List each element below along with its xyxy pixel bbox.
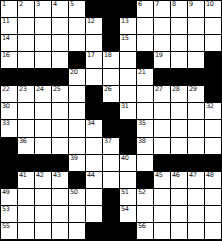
cell[interactable]: 44 (86, 172, 102, 188)
cell[interactable]: 6 (137, 1, 153, 17)
cell[interactable] (171, 206, 187, 222)
cell[interactable]: 36 (18, 138, 34, 154)
cell[interactable] (35, 18, 51, 34)
cell[interactable] (69, 35, 85, 51)
cell[interactable] (205, 18, 221, 34)
cell[interactable] (120, 172, 136, 188)
cell[interactable]: 32 (205, 103, 221, 119)
cell[interactable] (35, 189, 51, 205)
cell[interactable] (188, 206, 204, 222)
cell[interactable] (171, 52, 187, 68)
cell[interactable] (171, 223, 187, 239)
cell[interactable]: 21 (137, 69, 153, 85)
cell[interactable] (52, 35, 68, 51)
cell[interactable]: 14 (1, 35, 17, 51)
block-cell (18, 69, 34, 85)
cell[interactable]: 17 (86, 52, 102, 68)
cell[interactable]: 12 (86, 18, 102, 34)
cell[interactable]: 39 (69, 155, 85, 171)
clue-number: 9 (189, 1, 193, 8)
cell[interactable]: 30 (1, 103, 17, 119)
clue-number: 33 (2, 120, 10, 127)
cell[interactable] (69, 206, 85, 222)
cell[interactable]: 16 (1, 52, 17, 68)
cell[interactable] (103, 155, 119, 171)
cell[interactable]: 41 (18, 172, 34, 188)
cell[interactable] (86, 69, 102, 85)
crossword-page: 1234567891011121314151617181920212223242… (0, 0, 222, 241)
clue-number: 7 (155, 1, 159, 8)
cell[interactable]: 27 (154, 86, 170, 102)
block-cell (86, 103, 102, 119)
cell[interactable]: 34 (86, 120, 102, 136)
clue-number: 45 (155, 172, 163, 179)
cell[interactable]: 9 (188, 1, 204, 17)
cell[interactable]: 49 (1, 189, 17, 205)
block-cell (1, 138, 17, 154)
cell[interactable] (154, 138, 170, 154)
cell[interactable]: 46 (171, 172, 187, 188)
cell[interactable] (137, 18, 153, 34)
clue-number: 15 (121, 35, 129, 42)
cell[interactable] (171, 103, 187, 119)
clue-number: 29 (189, 86, 197, 93)
cell[interactable]: 11 (1, 18, 17, 34)
clue-number: 12 (87, 18, 95, 25)
cell[interactable]: 19 (154, 52, 170, 68)
clue-number: 8 (172, 1, 176, 8)
cell[interactable] (35, 223, 51, 239)
cell[interactable] (52, 189, 68, 205)
crossword-grid: 1234567891011121314151617181920212223242… (0, 0, 222, 241)
cell[interactable]: 38 (137, 138, 153, 154)
cell[interactable] (154, 120, 170, 136)
clue-number: 19 (155, 52, 163, 59)
cell[interactable]: 4 (52, 1, 68, 17)
block-cell (103, 18, 119, 34)
clue-number: 10 (206, 1, 214, 8)
cell[interactable] (86, 155, 102, 171)
cell[interactable] (18, 52, 34, 68)
cell[interactable]: 25 (52, 86, 68, 102)
cell[interactable] (120, 86, 136, 102)
cell[interactable]: 29 (188, 86, 204, 102)
clue-number: 3 (36, 1, 40, 8)
cell[interactable]: 7 (154, 1, 170, 17)
cell[interactable] (18, 206, 34, 222)
block-cell (69, 52, 85, 68)
clue-number: 28 (172, 86, 180, 93)
cell[interactable] (154, 223, 170, 239)
cell[interactable] (69, 18, 85, 34)
cell[interactable]: 28 (171, 86, 187, 102)
block-cell (103, 120, 119, 136)
clue-number: 49 (2, 189, 10, 196)
block-cell (35, 155, 51, 171)
cell[interactable] (52, 223, 68, 239)
block-cell (103, 223, 119, 239)
cell[interactable]: 24 (35, 86, 51, 102)
cell[interactable] (205, 206, 221, 222)
cell[interactable] (154, 35, 170, 51)
clue-number: 20 (70, 69, 78, 76)
cell[interactable]: 22 (1, 86, 17, 102)
cell[interactable]: 48 (205, 172, 221, 188)
cell[interactable]: 52 (137, 189, 153, 205)
block-cell (120, 223, 136, 239)
cell[interactable] (52, 206, 68, 222)
cell[interactable]: 13 (120, 18, 136, 34)
block-cell (154, 155, 170, 171)
clue-number: 5 (70, 1, 74, 8)
clue-number: 47 (189, 172, 197, 179)
cell[interactable]: 8 (171, 1, 187, 17)
cell[interactable] (86, 189, 102, 205)
cell[interactable] (154, 189, 170, 205)
cell[interactable]: 10 (205, 1, 221, 17)
cell[interactable] (103, 172, 119, 188)
cell[interactable]: 1 (1, 1, 17, 17)
cell[interactable] (137, 35, 153, 51)
cell[interactable]: 55 (1, 223, 17, 239)
cell[interactable] (35, 35, 51, 51)
block-cell (103, 189, 119, 205)
cell[interactable] (137, 206, 153, 222)
cell[interactable] (188, 35, 204, 51)
cell[interactable] (52, 18, 68, 34)
cell[interactable] (205, 223, 221, 239)
clue-number: 40 (121, 155, 129, 162)
cell[interactable]: 47 (188, 172, 204, 188)
block-cell (86, 86, 102, 102)
cell[interactable]: 42 (35, 172, 51, 188)
cell[interactable]: 37 (103, 138, 119, 154)
block-cell (103, 1, 119, 17)
cell[interactable] (154, 206, 170, 222)
clue-number: 32 (206, 103, 214, 110)
cell[interactable]: 54 (120, 206, 136, 222)
clue-number: 22 (2, 86, 10, 93)
block-cell (1, 69, 17, 85)
cell[interactable] (188, 103, 204, 119)
cell[interactable]: 53 (1, 206, 17, 222)
clue-number: 43 (53, 172, 61, 179)
cell[interactable]: 50 (69, 189, 85, 205)
block-cell (188, 155, 204, 171)
clue-number: 46 (172, 172, 180, 179)
cell[interactable] (205, 138, 221, 154)
clue-number: 11 (2, 18, 10, 25)
cell[interactable] (18, 35, 34, 51)
block-cell (171, 155, 187, 171)
cell[interactable] (52, 120, 68, 136)
clue-number: 34 (87, 120, 95, 127)
clue-number: 52 (138, 189, 146, 196)
clue-number: 21 (138, 69, 146, 76)
cell[interactable] (18, 189, 34, 205)
cell[interactable] (86, 138, 102, 154)
cell[interactable]: 33 (1, 120, 17, 136)
block-cell (171, 69, 187, 85)
cell[interactable] (137, 103, 153, 119)
cell[interactable] (18, 223, 34, 239)
block-cell (86, 1, 102, 17)
block-cell (120, 120, 136, 136)
cell[interactable] (35, 138, 51, 154)
block-cell (52, 155, 68, 171)
clue-number: 25 (53, 86, 61, 93)
cell[interactable] (35, 103, 51, 119)
cell[interactable] (18, 18, 34, 34)
cell[interactable]: 56 (137, 223, 153, 239)
clue-number: 27 (155, 86, 163, 93)
clue-number: 35 (138, 120, 146, 127)
clue-number: 1 (2, 1, 6, 8)
cell[interactable] (52, 52, 68, 68)
cell[interactable]: 20 (69, 69, 85, 85)
block-cell (1, 155, 17, 171)
clue-number: 36 (19, 138, 27, 145)
cell[interactable]: 2 (18, 1, 34, 17)
cell[interactable]: 40 (120, 155, 136, 171)
cell[interactable] (35, 120, 51, 136)
cell[interactable] (171, 189, 187, 205)
block-cell (103, 103, 119, 119)
clue-number: 14 (2, 35, 10, 42)
block-cell (154, 69, 170, 85)
cell[interactable] (205, 120, 221, 136)
block-cell (205, 52, 221, 68)
cell[interactable] (188, 138, 204, 154)
clue-number: 54 (121, 206, 129, 213)
cell[interactable] (188, 18, 204, 34)
clue-number: 37 (104, 138, 112, 145)
block-cell (205, 86, 221, 102)
cell[interactable] (86, 35, 102, 51)
clue-number: 31 (121, 103, 129, 110)
clue-number: 30 (2, 103, 10, 110)
block-cell (137, 172, 153, 188)
cell[interactable]: 35 (137, 120, 153, 136)
block-cell (205, 155, 221, 171)
block-cell (52, 69, 68, 85)
block-cell (18, 155, 34, 171)
clue-number: 48 (206, 172, 214, 179)
cell[interactable] (188, 189, 204, 205)
clue-number: 55 (2, 223, 10, 230)
cell[interactable] (171, 120, 187, 136)
cell[interactable] (188, 52, 204, 68)
cell[interactable] (154, 103, 170, 119)
cell[interactable]: 23 (18, 86, 34, 102)
cell[interactable] (69, 103, 85, 119)
cell[interactable] (205, 189, 221, 205)
clue-number: 23 (19, 86, 27, 93)
cell[interactable] (69, 138, 85, 154)
cell[interactable] (171, 138, 187, 154)
clue-number: 44 (87, 172, 95, 179)
cell[interactable]: 51 (120, 189, 136, 205)
block-cell (137, 52, 153, 68)
clue-number: 26 (104, 86, 112, 93)
cell[interactable] (154, 18, 170, 34)
cell[interactable] (18, 103, 34, 119)
block-cell (86, 223, 102, 239)
cell[interactable]: 18 (103, 52, 119, 68)
clue-number: 50 (70, 189, 78, 196)
cell[interactable] (171, 18, 187, 34)
clue-number: 51 (121, 189, 129, 196)
clue-number: 39 (70, 155, 78, 162)
cell[interactable] (120, 69, 136, 85)
cell[interactable] (103, 69, 119, 85)
cell[interactable]: 31 (120, 103, 136, 119)
clue-number: 41 (19, 172, 27, 179)
cell[interactable] (188, 223, 204, 239)
cell[interactable] (120, 52, 136, 68)
cell[interactable] (171, 35, 187, 51)
cell[interactable] (188, 120, 204, 136)
cell[interactable] (69, 120, 85, 136)
cell[interactable] (18, 120, 34, 136)
clue-number: 6 (138, 1, 142, 8)
clue-number: 42 (36, 172, 44, 179)
cell[interactable] (35, 52, 51, 68)
clue-number: 56 (138, 223, 146, 230)
block-cell (120, 138, 136, 154)
block-cell (1, 172, 17, 188)
clue-number: 53 (2, 206, 10, 213)
cell[interactable] (137, 86, 153, 102)
block-cell (205, 69, 221, 85)
block-cell (69, 172, 85, 188)
clue-number: 4 (53, 1, 57, 8)
cell[interactable] (52, 103, 68, 119)
clue-number: 24 (36, 86, 44, 93)
cell[interactable] (69, 86, 85, 102)
cell[interactable]: 5 (69, 1, 85, 17)
clue-number: 13 (121, 18, 129, 25)
clue-number: 2 (19, 1, 23, 8)
cell[interactable]: 45 (154, 172, 170, 188)
cell[interactable]: 15 (120, 35, 136, 51)
block-cell (188, 69, 204, 85)
cell[interactable] (69, 223, 85, 239)
block-cell (103, 206, 119, 222)
clue-number: 17 (87, 52, 95, 59)
cell[interactable]: 26 (103, 86, 119, 102)
cell[interactable]: 3 (35, 1, 51, 17)
cell[interactable] (35, 206, 51, 222)
cell[interactable] (52, 138, 68, 154)
clue-number: 18 (104, 52, 112, 59)
cell[interactable] (205, 35, 221, 51)
cell[interactable]: 43 (52, 172, 68, 188)
clue-number: 16 (2, 52, 10, 59)
block-cell (103, 35, 119, 51)
clue-number: 38 (138, 138, 146, 145)
block-cell (35, 69, 51, 85)
cell[interactable] (86, 206, 102, 222)
block-cell (120, 1, 136, 17)
cell[interactable] (137, 155, 153, 171)
